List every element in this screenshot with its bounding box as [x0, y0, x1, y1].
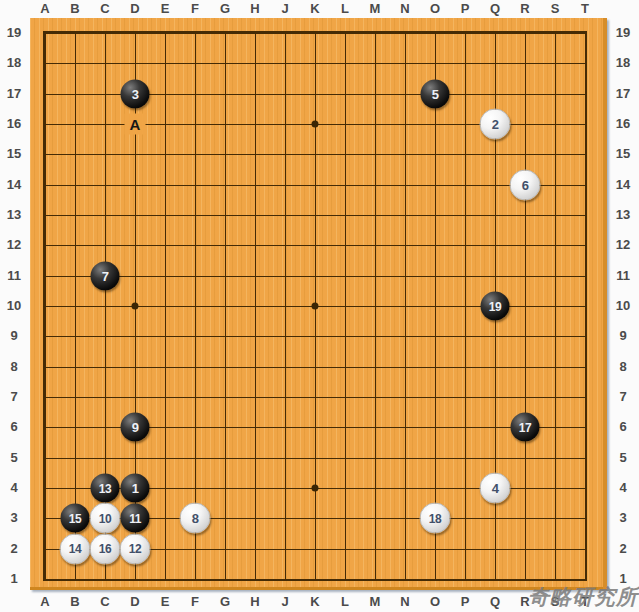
intersection-F7 — [180, 382, 210, 412]
coordinate-label-col-G: G — [215, 1, 235, 17]
stone-move-number: 5 — [432, 87, 439, 100]
intersection-R10 — [510, 291, 540, 321]
intersection-Q3 — [480, 503, 510, 533]
stone-black-15-B3: 15 — [61, 504, 90, 533]
intersection-S14 — [540, 170, 570, 200]
intersection-C18 — [90, 48, 120, 78]
intersection-B1 — [60, 564, 90, 594]
stone-move-number: 13 — [99, 482, 111, 494]
coordinate-label-row-16: 16 — [610, 116, 636, 132]
intersection-B15 — [60, 139, 90, 169]
intersection-N1 — [390, 564, 420, 594]
stone-white-10-C3: 10 — [90, 503, 121, 534]
intersection-R13 — [510, 200, 540, 230]
intersection-S9 — [540, 321, 570, 351]
intersection-N7 — [390, 382, 420, 412]
intersection-K7 — [300, 382, 330, 412]
intersection-C19 — [90, 18, 120, 48]
coordinate-label-row-3: 3 — [610, 510, 636, 526]
intersection-L3 — [330, 503, 360, 533]
stone-move-number: 17 — [519, 421, 531, 433]
intersection-S2 — [540, 534, 570, 564]
intersection-O5 — [420, 443, 450, 473]
intersection-C7 — [90, 382, 120, 412]
intersection-P3 — [450, 503, 480, 533]
intersection-P11 — [450, 261, 480, 291]
intersection-G5 — [210, 443, 240, 473]
intersection-O3: 18 — [420, 503, 450, 533]
intersection-N19 — [390, 18, 420, 48]
coordinate-label-col-R: R — [515, 1, 535, 17]
intersection-C2: 16 — [90, 534, 120, 564]
point-label-D16: A — [125, 114, 146, 135]
coordinate-label-col-F: F — [185, 1, 205, 17]
intersection-S17 — [540, 79, 570, 109]
coordinate-label-row-7: 7 — [610, 389, 636, 405]
stone-move-number: 8 — [192, 512, 199, 525]
intersection-S6 — [540, 412, 570, 442]
stone-black-9-D6: 9 — [121, 413, 150, 442]
coordinate-label-col-L: L — [335, 594, 355, 610]
intersection-F6 — [180, 412, 210, 442]
intersection-T15 — [570, 139, 600, 169]
intersection-L2 — [330, 534, 360, 564]
intersection-R3 — [510, 503, 540, 533]
intersection-F15 — [180, 139, 210, 169]
intersection-C6 — [90, 412, 120, 442]
intersection-E12 — [150, 230, 180, 260]
intersection-K12 — [300, 230, 330, 260]
intersection-O18 — [420, 48, 450, 78]
coordinate-label-col-T: T — [575, 1, 595, 17]
intersection-M9 — [360, 321, 390, 351]
coordinate-label-col-J: J — [275, 594, 295, 610]
intersection-O9 — [420, 321, 450, 351]
intersection-Q10: 19 — [480, 291, 510, 321]
stone-black-17-R6: 17 — [511, 413, 540, 442]
intersection-H18 — [240, 48, 270, 78]
intersection-R5 — [510, 443, 540, 473]
coordinate-label-col-N: N — [395, 594, 415, 610]
intersection-M10 — [360, 291, 390, 321]
intersection-M13 — [360, 200, 390, 230]
intersection-B10 — [60, 291, 90, 321]
intersection-O19 — [420, 18, 450, 48]
intersection-P7 — [450, 382, 480, 412]
intersection-E1 — [150, 564, 180, 594]
intersection-S15 — [540, 139, 570, 169]
coordinate-label-col-Q: Q — [485, 594, 505, 610]
intersection-B8 — [60, 352, 90, 382]
intersection-D9 — [120, 321, 150, 351]
coordinate-label-row-17: 17 — [610, 86, 636, 102]
intersection-N17 — [390, 79, 420, 109]
intersection-F13 — [180, 200, 210, 230]
intersection-N15 — [390, 139, 420, 169]
intersection-H19 — [240, 18, 270, 48]
intersection-R14: 6 — [510, 170, 540, 200]
intersection-D6: 9 — [120, 412, 150, 442]
intersection-D2: 12 — [120, 534, 150, 564]
intersection-D17: 3 — [120, 79, 150, 109]
intersection-M1 — [360, 564, 390, 594]
coordinate-label-row-16: 16 — [1, 116, 27, 132]
intersection-P2 — [450, 534, 480, 564]
intersection-B14 — [60, 170, 90, 200]
intersection-S3 — [540, 503, 570, 533]
intersection-C14 — [90, 170, 120, 200]
intersection-P16 — [450, 109, 480, 139]
intersection-O16 — [420, 109, 450, 139]
intersection-F11 — [180, 261, 210, 291]
intersection-E4 — [150, 473, 180, 503]
intersection-G17 — [210, 79, 240, 109]
intersection-P19 — [450, 18, 480, 48]
intersection-F14 — [180, 170, 210, 200]
intersection-A11 — [30, 261, 60, 291]
stone-move-number: 18 — [429, 512, 441, 524]
intersection-K9 — [300, 321, 330, 351]
intersection-J9 — [270, 321, 300, 351]
intersection-H14 — [240, 170, 270, 200]
intersection-C17 — [90, 79, 120, 109]
intersection-R15 — [510, 139, 540, 169]
intersection-F5 — [180, 443, 210, 473]
intersection-G14 — [210, 170, 240, 200]
intersection-L14 — [330, 170, 360, 200]
intersection-B16 — [60, 109, 90, 139]
intersection-S16 — [540, 109, 570, 139]
intersection-H15 — [240, 139, 270, 169]
intersection-L13 — [330, 200, 360, 230]
intersection-A14 — [30, 170, 60, 200]
intersection-F1 — [180, 564, 210, 594]
intersection-O4 — [420, 473, 450, 503]
coordinate-label-col-F: F — [185, 594, 205, 610]
intersection-O6 — [420, 412, 450, 442]
watermark-text: 奇略研究所 — [528, 583, 638, 611]
intersection-T3 — [570, 503, 600, 533]
intersection-C1 — [90, 564, 120, 594]
intersection-D7 — [120, 382, 150, 412]
intersection-L7 — [330, 382, 360, 412]
intersection-Q17 — [480, 79, 510, 109]
intersection-B19 — [60, 18, 90, 48]
intersection-B6 — [60, 412, 90, 442]
intersection-L8 — [330, 352, 360, 382]
intersection-O13 — [420, 200, 450, 230]
go-board: 35A267199171314151011818141612 — [30, 18, 607, 590]
intersection-N2 — [390, 534, 420, 564]
intersection-M5 — [360, 443, 390, 473]
intersection-H2 — [240, 534, 270, 564]
intersection-P5 — [450, 443, 480, 473]
coordinate-label-row-6: 6 — [610, 419, 636, 435]
intersection-J2 — [270, 534, 300, 564]
intersection-E15 — [150, 139, 180, 169]
intersection-J12 — [270, 230, 300, 260]
intersection-G3 — [210, 503, 240, 533]
intersection-D19 — [120, 18, 150, 48]
coordinate-label-row-2: 2 — [1, 541, 27, 557]
intersection-S8 — [540, 352, 570, 382]
stone-move-number: 19 — [489, 300, 501, 312]
intersection-O1 — [420, 564, 450, 594]
intersection-H13 — [240, 200, 270, 230]
intersection-A8 — [30, 352, 60, 382]
intersection-T4 — [570, 473, 600, 503]
intersection-S13 — [540, 200, 570, 230]
intersection-L16 — [330, 109, 360, 139]
stone-move-number: 3 — [132, 87, 139, 100]
coordinate-label-row-2: 2 — [610, 541, 636, 557]
intersection-K15 — [300, 139, 330, 169]
intersection-F19 — [180, 18, 210, 48]
intersection-E3 — [150, 503, 180, 533]
coordinate-label-row-19: 19 — [1, 25, 27, 41]
intersection-F4 — [180, 473, 210, 503]
intersection-M17 — [360, 79, 390, 109]
coordinate-label-row-11: 11 — [1, 268, 27, 284]
intersection-R2 — [510, 534, 540, 564]
intersection-C12 — [90, 230, 120, 260]
intersection-C16 — [90, 109, 120, 139]
intersection-P13 — [450, 200, 480, 230]
intersection-D12 — [120, 230, 150, 260]
coordinate-label-col-D: D — [125, 1, 145, 17]
intersection-M8 — [360, 352, 390, 382]
intersection-B9 — [60, 321, 90, 351]
intersection-N4 — [390, 473, 420, 503]
intersection-B3: 15 — [60, 503, 90, 533]
intersection-G1 — [210, 564, 240, 594]
intersection-G2 — [210, 534, 240, 564]
intersection-Q16: 2 — [480, 109, 510, 139]
intersection-T14 — [570, 170, 600, 200]
coordinate-label-row-17: 17 — [1, 86, 27, 102]
intersection-E7 — [150, 382, 180, 412]
intersection-J7 — [270, 382, 300, 412]
intersection-M16 — [360, 109, 390, 139]
intersection-G10 — [210, 291, 240, 321]
coordinate-label-col-E: E — [155, 1, 175, 17]
intersection-T18 — [570, 48, 600, 78]
coordinate-label-col-O: O — [425, 1, 445, 17]
coordinate-label-row-13: 13 — [1, 207, 27, 223]
intersection-G6 — [210, 412, 240, 442]
coordinate-label-row-7: 7 — [1, 389, 27, 405]
coordinate-label-row-11: 11 — [610, 268, 636, 284]
intersection-R9 — [510, 321, 540, 351]
intersection-L10 — [330, 291, 360, 321]
intersection-F2 — [180, 534, 210, 564]
intersection-A10 — [30, 291, 60, 321]
intersection-N12 — [390, 230, 420, 260]
coordinate-label-col-E: E — [155, 594, 175, 610]
intersection-N11 — [390, 261, 420, 291]
intersection-T17 — [570, 79, 600, 109]
intersection-D14 — [120, 170, 150, 200]
intersection-B4 — [60, 473, 90, 503]
stone-black-3-D17: 3 — [121, 79, 150, 108]
coordinate-label-row-9: 9 — [610, 328, 636, 344]
coordinate-label-col-D: D — [125, 594, 145, 610]
stone-black-13-C4: 13 — [91, 474, 120, 503]
intersection-N10 — [390, 291, 420, 321]
intersection-A18 — [30, 48, 60, 78]
coordinate-label-col-L: L — [335, 1, 355, 17]
intersection-R18 — [510, 48, 540, 78]
intersection-H3 — [240, 503, 270, 533]
intersection-D1 — [120, 564, 150, 594]
stone-move-number: 10 — [99, 512, 111, 524]
intersection-P10 — [450, 291, 480, 321]
coordinate-label-col-A: A — [35, 1, 55, 17]
stone-move-number: 15 — [69, 512, 81, 524]
intersection-B13 — [60, 200, 90, 230]
intersection-S7 — [540, 382, 570, 412]
intersection-S12 — [540, 230, 570, 260]
intersection-L17 — [330, 79, 360, 109]
coordinate-label-col-N: N — [395, 1, 415, 17]
intersection-N18 — [390, 48, 420, 78]
intersection-Q1 — [480, 564, 510, 594]
intersection-G16 — [210, 109, 240, 139]
intersection-N8 — [390, 352, 420, 382]
intersection-J10 — [270, 291, 300, 321]
stone-move-number: 6 — [522, 178, 529, 191]
intersection-T5 — [570, 443, 600, 473]
intersection-F9 — [180, 321, 210, 351]
intersection-H11 — [240, 261, 270, 291]
stone-move-number: 9 — [132, 421, 139, 434]
intersection-C15 — [90, 139, 120, 169]
intersection-A12 — [30, 230, 60, 260]
intersection-C9 — [90, 321, 120, 351]
intersection-G8 — [210, 352, 240, 382]
intersection-E5 — [150, 443, 180, 473]
intersection-M12 — [360, 230, 390, 260]
intersection-C3: 10 — [90, 503, 120, 533]
intersection-J4 — [270, 473, 300, 503]
intersection-T16 — [570, 109, 600, 139]
intersection-T2 — [570, 534, 600, 564]
intersection-R8 — [510, 352, 540, 382]
intersection-B2: 14 — [60, 534, 90, 564]
intersection-D11 — [120, 261, 150, 291]
stone-move-number: 12 — [129, 543, 141, 555]
intersection-K19 — [300, 18, 330, 48]
intersection-C4: 13 — [90, 473, 120, 503]
intersection-N13 — [390, 200, 420, 230]
intersection-E14 — [150, 170, 180, 200]
intersection-A17 — [30, 79, 60, 109]
intersection-A3 — [30, 503, 60, 533]
intersection-K8 — [300, 352, 330, 382]
intersection-K13 — [300, 200, 330, 230]
intersection-L6 — [330, 412, 360, 442]
intersection-T19 — [570, 18, 600, 48]
intersection-J11 — [270, 261, 300, 291]
intersection-J18 — [270, 48, 300, 78]
intersection-F17 — [180, 79, 210, 109]
stone-white-8-F3: 8 — [180, 503, 211, 534]
intersection-F16 — [180, 109, 210, 139]
coordinate-label-col-S: S — [545, 1, 565, 17]
intersection-N16 — [390, 109, 420, 139]
coordinate-label-row-12: 12 — [1, 237, 27, 253]
intersection-N9 — [390, 321, 420, 351]
intersection-B12 — [60, 230, 90, 260]
intersection-B17 — [60, 79, 90, 109]
coordinate-label-col-H: H — [245, 594, 265, 610]
intersection-C13 — [90, 200, 120, 230]
intersection-S5 — [540, 443, 570, 473]
intersection-C10 — [90, 291, 120, 321]
intersection-P9 — [450, 321, 480, 351]
intersection-P14 — [450, 170, 480, 200]
intersection-K11 — [300, 261, 330, 291]
coordinate-label-col-P: P — [455, 1, 475, 17]
intersection-J19 — [270, 18, 300, 48]
intersection-O14 — [420, 170, 450, 200]
intersection-J14 — [270, 170, 300, 200]
stone-white-6-R14: 6 — [510, 169, 541, 200]
intersection-A15 — [30, 139, 60, 169]
intersection-O10 — [420, 291, 450, 321]
coordinate-label-row-19: 19 — [610, 25, 636, 41]
intersection-L1 — [330, 564, 360, 594]
stone-white-2-Q16: 2 — [480, 109, 511, 140]
stone-white-18-O3: 18 — [420, 503, 451, 534]
intersection-Q7 — [480, 382, 510, 412]
intersection-Q2 — [480, 534, 510, 564]
intersection-P17 — [450, 79, 480, 109]
coordinate-label-col-M: M — [365, 1, 385, 17]
stone-move-number: 2 — [492, 118, 499, 131]
coordinate-label-row-5: 5 — [1, 450, 27, 466]
coordinate-label-row-14: 14 — [1, 177, 27, 193]
star-point-D10 — [132, 303, 139, 310]
stone-white-12-D2: 12 — [120, 533, 151, 564]
intersection-T8 — [570, 352, 600, 382]
intersection-S4 — [540, 473, 570, 503]
intersection-G12 — [210, 230, 240, 260]
intersection-H12 — [240, 230, 270, 260]
intersection-E11 — [150, 261, 180, 291]
intersection-O7 — [420, 382, 450, 412]
intersection-L9 — [330, 321, 360, 351]
intersection-H4 — [240, 473, 270, 503]
intersection-J13 — [270, 200, 300, 230]
intersection-J8 — [270, 352, 300, 382]
intersection-H17 — [240, 79, 270, 109]
intersection-D13 — [120, 200, 150, 230]
coordinate-label-col-P: P — [455, 594, 475, 610]
intersection-M2 — [360, 534, 390, 564]
intersection-P8 — [450, 352, 480, 382]
coordinate-label-col-C: C — [95, 1, 115, 17]
intersection-T10 — [570, 291, 600, 321]
intersection-M4 — [360, 473, 390, 503]
intersection-A1 — [30, 564, 60, 594]
intersection-J5 — [270, 443, 300, 473]
stone-move-number: 11 — [129, 512, 141, 524]
intersection-D10 — [120, 291, 150, 321]
intersection-K16 — [300, 109, 330, 139]
intersection-D3: 11 — [120, 503, 150, 533]
intersection-H10 — [240, 291, 270, 321]
